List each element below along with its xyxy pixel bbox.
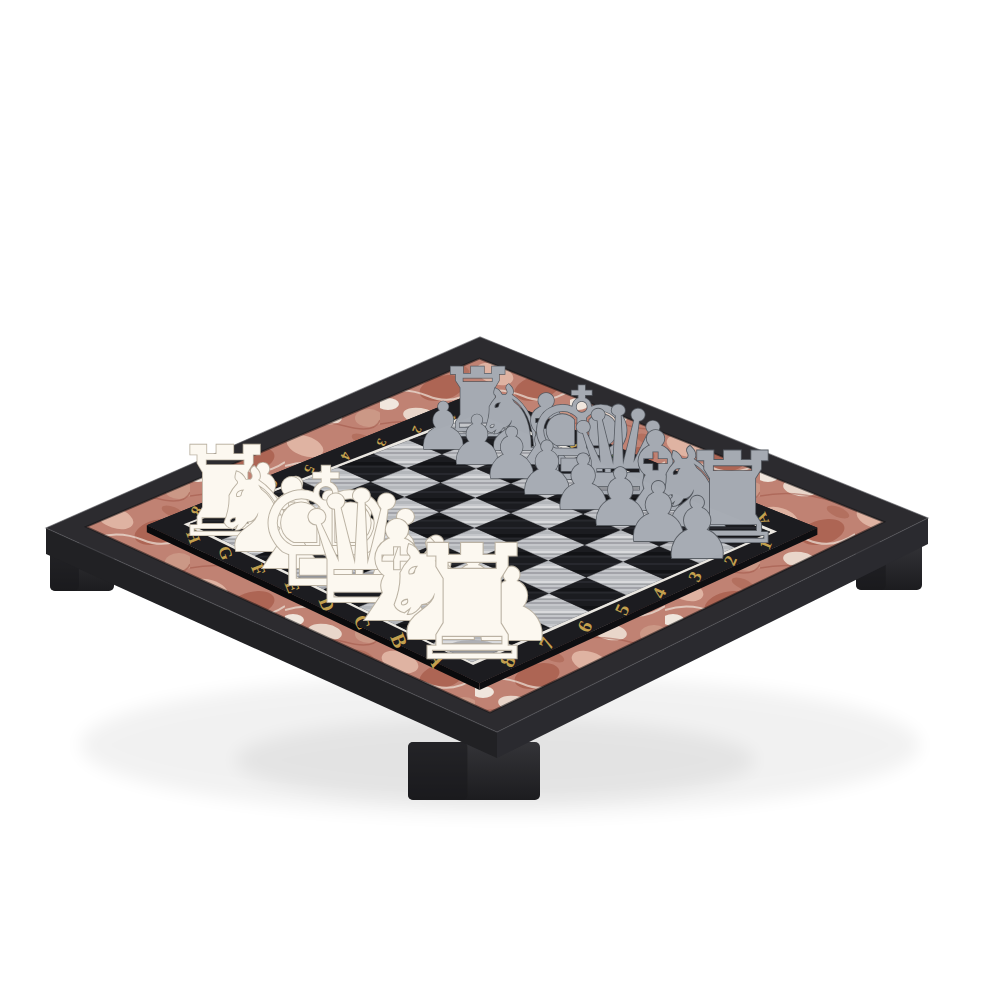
product-photo: HGFEDCBAHGFEDCBA8765432187654321♜♟♞♟♝♟♚♟…	[0, 0, 1000, 1000]
chess-board-photo: HGFEDCBAHGFEDCBA8765432187654321♜♟♞♟♝♟♚♟…	[0, 0, 1000, 1000]
